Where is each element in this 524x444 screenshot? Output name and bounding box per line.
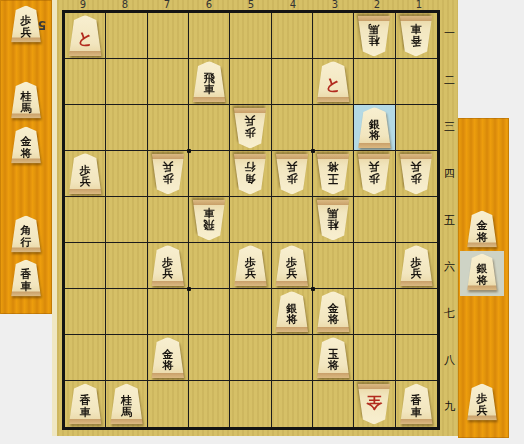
piece-pawn-gote[interactable]: 歩兵 xyxy=(150,153,186,194)
piece-face: 歩兵 xyxy=(274,245,310,286)
piece-face: 角行 xyxy=(10,216,43,253)
square-4b[interactable] xyxy=(272,59,313,105)
piece-kanji: 車 xyxy=(411,22,422,34)
file-label-8: 8 xyxy=(104,0,146,10)
square-9c[interactable] xyxy=(65,105,106,151)
piece-face: 桂馬 xyxy=(356,15,392,56)
square-8g[interactable] xyxy=(106,289,147,335)
sente-hand-stand: 金将銀将歩兵 xyxy=(458,118,509,438)
piece-kanji: 角 xyxy=(245,172,256,184)
square-4a[interactable] xyxy=(272,13,313,59)
piece-rook-gote[interactable]: 飛車 xyxy=(191,199,227,240)
piece-kanji: 馬 xyxy=(21,102,32,114)
piece-kanji: 行 xyxy=(21,236,32,248)
gote-hand-stand: 歩兵5桂馬金将角行香車 xyxy=(0,0,52,314)
square-2d[interactable]: 歩兵 xyxy=(354,151,395,197)
square-3e[interactable]: 桂馬 xyxy=(313,197,354,243)
piece-king-gote[interactable]: 王将 xyxy=(315,153,351,194)
piece-knight-sente[interactable]: 桂馬 xyxy=(108,384,144,425)
piece-king-sente[interactable]: 玉将 xyxy=(315,337,351,378)
rank-label-6: 六 xyxy=(442,243,457,290)
piece-kanji: 兵 xyxy=(411,268,422,280)
square-1i[interactable]: 香車 xyxy=(396,381,437,427)
piece-kanji: 桂 xyxy=(121,395,132,407)
piece-kanji: 歩 xyxy=(245,256,256,268)
piece-knight-gote[interactable]: 桂馬 xyxy=(315,199,351,240)
square-7f[interactable]: 歩兵 xyxy=(148,243,189,289)
square-5i[interactable] xyxy=(230,381,271,427)
file-label-5: 5 xyxy=(230,0,272,10)
piece-kanji: 車 xyxy=(204,84,215,96)
piece-kanji: 将 xyxy=(21,147,32,159)
square-1b[interactable] xyxy=(396,59,437,105)
piece-kanji: 香 xyxy=(80,395,91,407)
piece-kanji: と xyxy=(325,75,341,92)
square-2f[interactable] xyxy=(354,243,395,289)
piece-kanji: 兵 xyxy=(245,268,256,280)
square-5g[interactable] xyxy=(230,289,271,335)
board-panel: 987654321 一二三四五六七八九 と桂馬香車飛車と歩兵銀将歩兵歩兵角行歩兵… xyxy=(57,0,458,436)
piece-knight-undefined[interactable]: 桂馬 xyxy=(10,82,43,119)
piece-face: と xyxy=(67,15,103,56)
piece-tokin-sente[interactable]: と xyxy=(315,61,351,102)
square-9d[interactable]: 歩兵 xyxy=(65,151,106,197)
square-8a[interactable] xyxy=(106,13,147,59)
rank-label-3: 三 xyxy=(442,103,457,150)
piece-kanji: 将 xyxy=(477,231,488,243)
file-label-1: 1 xyxy=(398,0,440,10)
piece-kanji: 王 xyxy=(328,172,339,184)
rank-coordinates: 一二三四五六七八九 xyxy=(442,10,457,430)
square-8d[interactable] xyxy=(106,151,147,197)
piece-kanji: 兵 xyxy=(245,114,256,126)
piece-kanji: 金 xyxy=(328,302,339,314)
square-4d[interactable]: 歩兵 xyxy=(272,151,313,197)
gote-pawn-count: 5 xyxy=(38,18,46,32)
square-3a[interactable] xyxy=(313,13,354,59)
rank-label-2: 二 xyxy=(442,57,457,104)
square-9i[interactable]: 香車 xyxy=(65,381,106,427)
piece-lance-sente[interactable]: 香車 xyxy=(67,384,103,425)
piece-kanji: 歩 xyxy=(369,172,380,184)
square-4i[interactable] xyxy=(272,381,313,427)
piece-silver-undefined[interactable]: 銀将 xyxy=(466,254,499,291)
hoshi-dot xyxy=(187,287,191,291)
piece-kanji: 銀 xyxy=(369,118,380,130)
square-3b[interactable]: と xyxy=(313,59,354,105)
piece-face: 桂馬 xyxy=(10,82,43,119)
file-label-9: 9 xyxy=(62,0,104,10)
square-3d[interactable]: 王将 xyxy=(313,151,354,197)
square-5e[interactable] xyxy=(230,197,271,243)
piece-face: 飛車 xyxy=(191,61,227,102)
piece-pawn-sente[interactable]: 歩兵 xyxy=(67,153,103,194)
piece-kanji: 金 xyxy=(21,136,32,148)
square-3g[interactable]: 金将 xyxy=(313,289,354,335)
piece-kanji: 将 xyxy=(328,160,339,172)
square-6b[interactable]: 飛車 xyxy=(189,59,230,105)
piece-pawn-sente[interactable]: 歩兵 xyxy=(274,245,310,286)
piece-face: 歩兵 xyxy=(466,384,499,421)
square-6h[interactable] xyxy=(189,335,230,381)
shogi-app: 歩兵5桂馬金将角行香車 987654321 一二三四五六七八九 と桂馬香車飛車と… xyxy=(0,0,524,444)
square-9b[interactable] xyxy=(65,59,106,105)
piece-kanji: 歩 xyxy=(286,256,297,268)
piece-kanji: 将 xyxy=(328,360,339,372)
piece-silver-sente[interactable]: 銀将 xyxy=(274,291,310,332)
piece-kanji: 香 xyxy=(411,34,422,46)
square-9f[interactable] xyxy=(65,243,106,289)
square-5d[interactable]: 角行 xyxy=(230,151,271,197)
square-9h[interactable] xyxy=(65,335,106,381)
piece-kanji: 歩 xyxy=(411,256,422,268)
square-2g[interactable] xyxy=(354,289,395,335)
piece-kanji: 歩 xyxy=(286,172,297,184)
piece-face: 銀将 xyxy=(356,107,392,148)
piece-face: 玉将 xyxy=(315,337,351,378)
square-5f[interactable]: 歩兵 xyxy=(230,243,271,289)
piece-face: 歩兵 xyxy=(398,245,434,286)
piece-kanji: 車 xyxy=(80,406,91,418)
square-2b[interactable] xyxy=(354,59,395,105)
piece-kanji: 香 xyxy=(21,269,32,281)
piece-kanji: と xyxy=(77,29,93,46)
piece-face: 歩兵 xyxy=(232,107,268,148)
piece-kanji: 桂 xyxy=(21,91,32,103)
square-2h[interactable] xyxy=(354,335,395,381)
piece-face: 歩兵 xyxy=(356,153,392,194)
piece-face: 全 xyxy=(356,384,392,425)
square-3c[interactable] xyxy=(313,105,354,151)
square-2i[interactable]: 全 xyxy=(354,381,395,427)
square-3i[interactable] xyxy=(313,381,354,427)
piece-face: 角行 xyxy=(232,153,268,194)
piece-kanji: 兵 xyxy=(286,160,297,172)
piece-kanji: 車 xyxy=(411,406,422,418)
square-1f[interactable]: 歩兵 xyxy=(396,243,437,289)
piece-kanji: 兵 xyxy=(369,160,380,172)
rank-label-1: 一 xyxy=(442,10,457,57)
piece-face: 銀将 xyxy=(466,254,499,291)
piece-promoted-silver-gote[interactable]: 全 xyxy=(356,384,392,425)
square-7e[interactable] xyxy=(148,197,189,243)
piece-kanji: 兵 xyxy=(477,404,488,416)
piece-face: 飛車 xyxy=(191,199,227,240)
file-label-2: 2 xyxy=(356,0,398,10)
piece-kanji: 飛 xyxy=(204,72,215,84)
square-7c[interactable] xyxy=(148,105,189,151)
file-coordinates: 987654321 xyxy=(62,0,440,10)
piece-face: 歩兵 xyxy=(150,245,186,286)
piece-face: 歩兵 xyxy=(398,153,434,194)
piece-pawn-sente[interactable]: 歩兵 xyxy=(232,245,268,286)
piece-kanji: 歩 xyxy=(411,172,422,184)
piece-face: 金将 xyxy=(10,127,43,164)
piece-silver-sente[interactable]: 銀将 xyxy=(356,107,392,148)
square-6c[interactable] xyxy=(189,105,230,151)
piece-kanji: 車 xyxy=(21,280,32,292)
piece-bishop-gote[interactable]: 角行 xyxy=(232,153,268,194)
piece-kanji: 歩 xyxy=(80,164,91,176)
rank-label-9: 九 xyxy=(442,383,457,430)
piece-face: 歩兵 xyxy=(232,245,268,286)
piece-kanji: 兵 xyxy=(286,268,297,280)
piece-gold-sente[interactable]: 金将 xyxy=(150,337,186,378)
piece-kanji: 将 xyxy=(477,274,488,286)
piece-lance-undefined[interactable]: 香車 xyxy=(10,260,43,297)
square-7b[interactable] xyxy=(148,59,189,105)
square-7i[interactable] xyxy=(148,381,189,427)
square-1h[interactable] xyxy=(396,335,437,381)
piece-pawn-sente[interactable]: 歩兵 xyxy=(398,245,434,286)
piece-face: 桂馬 xyxy=(108,384,144,425)
file-label-7: 7 xyxy=(146,0,188,10)
square-9g[interactable] xyxy=(65,289,106,335)
file-label-6: 6 xyxy=(188,0,230,10)
piece-face: 香車 xyxy=(67,384,103,425)
piece-face: 王将 xyxy=(315,153,351,194)
piece-kanji: 金 xyxy=(477,220,488,232)
piece-face: と xyxy=(315,61,351,102)
piece-kanji: 将 xyxy=(162,360,173,372)
piece-kanji: 将 xyxy=(286,314,297,326)
piece-face: 銀将 xyxy=(274,291,310,332)
rank-label-4: 四 xyxy=(442,150,457,197)
piece-pawn-gote[interactable]: 歩兵 xyxy=(356,153,392,194)
piece-kanji: 銀 xyxy=(286,302,297,314)
piece-kanji: 歩 xyxy=(162,256,173,268)
square-6a[interactable] xyxy=(189,13,230,59)
rank-label-7: 七 xyxy=(442,290,457,337)
square-4h[interactable] xyxy=(272,335,313,381)
piece-bishop-undefined[interactable]: 角行 xyxy=(10,216,43,253)
piece-kanji: 馬 xyxy=(369,22,380,34)
piece-kanji: 兵 xyxy=(21,26,32,38)
piece-lance-gote[interactable]: 香車 xyxy=(398,15,434,56)
piece-gold-undefined[interactable]: 金将 xyxy=(10,127,43,164)
piece-gold-sente[interactable]: 金将 xyxy=(315,291,351,332)
square-9a[interactable]: と xyxy=(65,13,106,59)
square-6d[interactable] xyxy=(189,151,230,197)
square-8h[interactable] xyxy=(106,335,147,381)
piece-kanji: 行 xyxy=(245,160,256,172)
square-4e[interactable] xyxy=(272,197,313,243)
hoshi-dot xyxy=(187,149,191,153)
square-8e[interactable] xyxy=(106,197,147,243)
square-4f[interactable]: 歩兵 xyxy=(272,243,313,289)
piece-kanji: 兵 xyxy=(80,176,91,188)
piece-kanji: 歩 xyxy=(245,126,256,138)
piece-kanji: 兵 xyxy=(162,268,173,280)
square-4c[interactable] xyxy=(272,105,313,151)
square-6g[interactable] xyxy=(189,289,230,335)
square-1c[interactable] xyxy=(396,105,437,151)
piece-kanji: 桂 xyxy=(369,34,380,46)
piece-pawn-gote[interactable]: 歩兵 xyxy=(274,153,310,194)
file-label-3: 3 xyxy=(314,0,356,10)
rank-label-5: 五 xyxy=(442,197,457,244)
square-8b[interactable] xyxy=(106,59,147,105)
piece-kanji: 歩 xyxy=(477,393,488,405)
piece-face: 金将 xyxy=(466,211,499,248)
piece-kanji: 歩 xyxy=(21,15,32,27)
piece-kanji: 玉 xyxy=(328,348,339,360)
rank-label-8: 八 xyxy=(442,337,457,384)
piece-kanji: 歩 xyxy=(162,172,173,184)
piece-kanji: 将 xyxy=(328,314,339,326)
square-7g[interactable] xyxy=(148,289,189,335)
square-5h[interactable] xyxy=(230,335,271,381)
piece-face: 金将 xyxy=(315,291,351,332)
piece-kanji: 銀 xyxy=(477,263,488,275)
square-8i[interactable]: 桂馬 xyxy=(106,381,147,427)
piece-kanji: 飛 xyxy=(204,218,215,230)
piece-tokin-sente[interactable]: と xyxy=(67,15,103,56)
square-7h[interactable]: 金将 xyxy=(148,335,189,381)
piece-face: 香車 xyxy=(398,15,434,56)
square-5a[interactable] xyxy=(230,13,271,59)
piece-pawn-gote[interactable]: 歩兵 xyxy=(232,107,268,148)
square-3f[interactable] xyxy=(313,243,354,289)
square-5b[interactable] xyxy=(230,59,271,105)
square-2a[interactable]: 桂馬 xyxy=(354,13,395,59)
square-5c[interactable]: 歩兵 xyxy=(230,105,271,151)
hoshi-dot xyxy=(311,149,315,153)
piece-kanji: 桂 xyxy=(328,218,339,230)
piece-kanji: 香 xyxy=(411,395,422,407)
square-6f[interactable] xyxy=(189,243,230,289)
piece-kanji: 馬 xyxy=(121,406,132,418)
square-3h[interactable]: 玉将 xyxy=(313,335,354,381)
piece-knight-gote[interactable]: 桂馬 xyxy=(356,15,392,56)
square-1d[interactable]: 歩兵 xyxy=(396,151,437,197)
piece-face: 歩兵 xyxy=(150,153,186,194)
piece-kanji: 兵 xyxy=(162,160,173,172)
piece-kanji: 将 xyxy=(369,130,380,142)
piece-face: 歩兵 xyxy=(274,153,310,194)
square-8c[interactable] xyxy=(106,105,147,151)
square-6e[interactable]: 飛車 xyxy=(189,197,230,243)
piece-kanji: 兵 xyxy=(411,160,422,172)
piece-pawn-undefined[interactable]: 歩兵 xyxy=(466,384,499,421)
piece-lance-sente[interactable]: 香車 xyxy=(398,384,434,425)
piece-rook-sente[interactable]: 飛車 xyxy=(191,61,227,102)
square-1a[interactable]: 香車 xyxy=(396,13,437,59)
square-4g[interactable]: 銀将 xyxy=(272,289,313,335)
hoshi-dot xyxy=(311,287,315,291)
piece-kanji: 角 xyxy=(21,225,32,237)
file-label-4: 4 xyxy=(272,0,314,10)
piece-kanji: 馬 xyxy=(328,206,339,218)
piece-kanji: 全 xyxy=(366,394,382,411)
piece-pawn-gote[interactable]: 歩兵 xyxy=(398,153,434,194)
piece-face: 歩兵 xyxy=(67,153,103,194)
square-7d[interactable]: 歩兵 xyxy=(148,151,189,197)
piece-kanji: 金 xyxy=(162,348,173,360)
piece-face: 金将 xyxy=(150,337,186,378)
piece-face: 香車 xyxy=(10,260,43,297)
square-1g[interactable] xyxy=(396,289,437,335)
piece-face: 桂馬 xyxy=(315,199,351,240)
square-7a[interactable] xyxy=(148,13,189,59)
piece-face: 香車 xyxy=(398,384,434,425)
square-1e[interactable] xyxy=(396,197,437,243)
square-2e[interactable] xyxy=(354,197,395,243)
piece-pawn-sente[interactable]: 歩兵 xyxy=(150,245,186,286)
square-2c[interactable]: 銀将 xyxy=(354,105,395,151)
piece-gold-undefined[interactable]: 金将 xyxy=(466,211,499,248)
piece-kanji: 車 xyxy=(204,206,215,218)
square-6i[interactable] xyxy=(189,381,230,427)
square-8f[interactable] xyxy=(106,243,147,289)
shogi-board: と桂馬香車飛車と歩兵銀将歩兵歩兵角行歩兵王将歩兵歩兵飛車桂馬歩兵歩兵歩兵歩兵銀将… xyxy=(62,10,440,430)
square-9e[interactable] xyxy=(65,197,106,243)
